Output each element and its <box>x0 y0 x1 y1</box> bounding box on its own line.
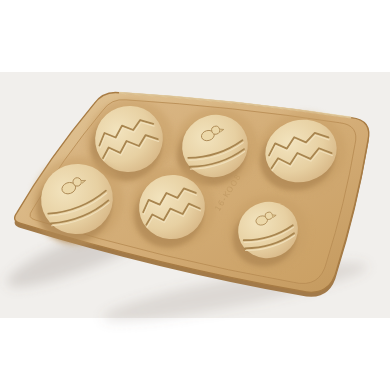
product-photo: 16-KOO8 <box>0 0 390 390</box>
